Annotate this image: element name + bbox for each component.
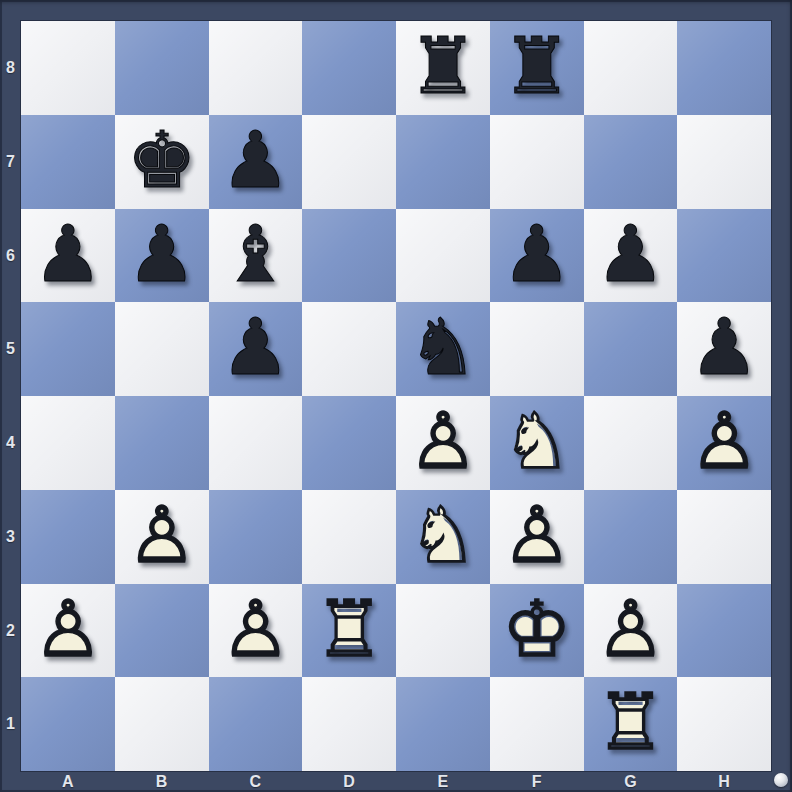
- square-g5[interactable]: [584, 302, 678, 396]
- piece-black-pawn[interactable]: ♟: [115, 209, 209, 303]
- piece-black-pawn[interactable]: ♟: [209, 302, 303, 396]
- piece-black-king[interactable]: ♚: [115, 115, 209, 209]
- square-b3[interactable]: ♟♙: [115, 490, 209, 584]
- piece-white-rook[interactable]: ♜♖: [584, 677, 678, 771]
- square-a5[interactable]: [21, 302, 115, 396]
- square-f5[interactable]: [490, 302, 584, 396]
- piece-black-rook[interactable]: ♜: [396, 21, 490, 115]
- piece-white-pawn[interactable]: ♟♙: [396, 396, 490, 490]
- piece-glyph-outline: ♙: [584, 584, 678, 678]
- rank-label-1: 1: [0, 677, 21, 771]
- piece-white-pawn[interactable]: ♟♙: [209, 584, 303, 678]
- piece-glyph-fill: ♜: [490, 21, 584, 115]
- square-a3[interactable]: [21, 490, 115, 584]
- square-e5[interactable]: ♞: [396, 302, 490, 396]
- piece-glyph-outline: ♙: [21, 584, 115, 678]
- piece-glyph-fill: ♟: [677, 302, 771, 396]
- file-label-e: E: [396, 771, 490, 792]
- square-d3[interactable]: [302, 490, 396, 584]
- square-c1[interactable]: [209, 677, 303, 771]
- square-f6[interactable]: ♟: [490, 209, 584, 303]
- piece-glyph-fill: ♟: [584, 209, 678, 303]
- square-a4[interactable]: [21, 396, 115, 490]
- square-a1[interactable]: [21, 677, 115, 771]
- square-e7[interactable]: [396, 115, 490, 209]
- rank-label-4: 4: [0, 396, 21, 490]
- file-label-h: H: [677, 771, 771, 792]
- chess-board-frame: 87654321 ♜♜♚♟♟♟♝♟♟♟♞♟♟♙♞♘♟♙♟♙♞♘♟♙♟♙♟♙♜♖♚…: [0, 0, 792, 792]
- piece-glyph-outline: ♘: [396, 490, 490, 584]
- piece-glyph-fill: ♝: [209, 209, 303, 303]
- rank-label-8: 8: [0, 21, 21, 115]
- square-c4[interactable]: [209, 396, 303, 490]
- square-d4[interactable]: [302, 396, 396, 490]
- piece-glyph-outline: ♘: [490, 396, 584, 490]
- square-b4[interactable]: [115, 396, 209, 490]
- file-label-b: B: [115, 771, 209, 792]
- square-h6[interactable]: [677, 209, 771, 303]
- square-d6[interactable]: [302, 209, 396, 303]
- square-h4[interactable]: ♟♙: [677, 396, 771, 490]
- square-b5[interactable]: [115, 302, 209, 396]
- square-g4[interactable]: [584, 396, 678, 490]
- piece-black-pawn[interactable]: ♟: [21, 209, 115, 303]
- square-c2[interactable]: ♟♙: [209, 584, 303, 678]
- square-g1[interactable]: ♜♖: [584, 677, 678, 771]
- rank-label-7: 7: [0, 115, 21, 209]
- square-f4[interactable]: ♞♘: [490, 396, 584, 490]
- square-a2[interactable]: ♟♙: [21, 584, 115, 678]
- piece-glyph-outline: ♖: [302, 584, 396, 678]
- file-label-c: C: [209, 771, 303, 792]
- square-b7[interactable]: ♚: [115, 115, 209, 209]
- square-f2[interactable]: ♚♔: [490, 584, 584, 678]
- square-e8[interactable]: ♜: [396, 21, 490, 115]
- piece-black-bishop[interactable]: ♝: [209, 209, 303, 303]
- piece-glyph-fill: ♟: [209, 302, 303, 396]
- piece-glyph-outline: ♖: [584, 677, 678, 771]
- square-e4[interactable]: ♟♙: [396, 396, 490, 490]
- square-f1[interactable]: [490, 677, 584, 771]
- rank-label-3: 3: [0, 490, 21, 584]
- piece-glyph-outline: ♙: [490, 490, 584, 584]
- file-label-f: F: [490, 771, 584, 792]
- rank-label-6: 6: [0, 209, 21, 303]
- square-h5[interactable]: ♟: [677, 302, 771, 396]
- piece-glyph-fill: ♟: [115, 209, 209, 303]
- piece-white-pawn[interactable]: ♟♙: [584, 584, 678, 678]
- square-e3[interactable]: ♞♘: [396, 490, 490, 584]
- square-e6[interactable]: [396, 209, 490, 303]
- piece-white-king[interactable]: ♚♔: [490, 584, 584, 678]
- piece-white-knight[interactable]: ♞♘: [396, 490, 490, 584]
- corner-dot-button[interactable]: [774, 773, 788, 787]
- chess-board[interactable]: ♜♜♚♟♟♟♝♟♟♟♞♟♟♙♞♘♟♙♟♙♞♘♟♙♟♙♟♙♜♖♚♔♟♙♜♖: [21, 21, 771, 771]
- piece-black-pawn[interactable]: ♟: [584, 209, 678, 303]
- piece-black-pawn[interactable]: ♟: [490, 209, 584, 303]
- piece-black-pawn[interactable]: ♟: [677, 302, 771, 396]
- square-h3[interactable]: [677, 490, 771, 584]
- square-h2[interactable]: [677, 584, 771, 678]
- square-f7[interactable]: [490, 115, 584, 209]
- square-h7[interactable]: [677, 115, 771, 209]
- square-c8[interactable]: [209, 21, 303, 115]
- square-c7[interactable]: ♟: [209, 115, 303, 209]
- square-c3[interactable]: [209, 490, 303, 584]
- square-h1[interactable]: [677, 677, 771, 771]
- square-g6[interactable]: ♟: [584, 209, 678, 303]
- piece-glyph-outline: ♙: [115, 490, 209, 584]
- file-label-d: D: [302, 771, 396, 792]
- piece-black-knight[interactable]: ♞: [396, 302, 490, 396]
- file-label-a: A: [21, 771, 115, 792]
- piece-glyph-fill: ♞: [396, 302, 490, 396]
- square-h8[interactable]: [677, 21, 771, 115]
- piece-black-rook[interactable]: ♜: [490, 21, 584, 115]
- file-label-g: G: [584, 771, 678, 792]
- square-b8[interactable]: [115, 21, 209, 115]
- square-d2[interactable]: ♜♖: [302, 584, 396, 678]
- piece-white-pawn[interactable]: ♟♙: [115, 490, 209, 584]
- piece-glyph-fill: ♟: [209, 115, 303, 209]
- piece-glyph-outline: ♔: [490, 584, 584, 678]
- square-d7[interactable]: [302, 115, 396, 209]
- square-d5[interactable]: [302, 302, 396, 396]
- piece-white-rook[interactable]: ♜♖: [302, 584, 396, 678]
- piece-glyph-outline: ♙: [209, 584, 303, 678]
- rank-label-5: 5: [0, 302, 21, 396]
- square-e1[interactable]: [396, 677, 490, 771]
- piece-white-pawn[interactable]: ♟♙: [490, 490, 584, 584]
- piece-glyph-outline: ♙: [677, 396, 771, 490]
- square-e2[interactable]: [396, 584, 490, 678]
- piece-glyph-fill: ♚: [115, 115, 209, 209]
- piece-glyph-fill: ♜: [396, 21, 490, 115]
- rank-label-2: 2: [0, 584, 21, 678]
- square-g2[interactable]: ♟♙: [584, 584, 678, 678]
- square-c6[interactable]: ♝: [209, 209, 303, 303]
- square-a8[interactable]: [21, 21, 115, 115]
- square-a7[interactable]: [21, 115, 115, 209]
- piece-white-knight[interactable]: ♞♘: [490, 396, 584, 490]
- piece-glyph-outline: ♙: [396, 396, 490, 490]
- square-g3[interactable]: [584, 490, 678, 584]
- piece-glyph-fill: ♟: [490, 209, 584, 303]
- square-b2[interactable]: [115, 584, 209, 678]
- square-c5[interactable]: ♟: [209, 302, 303, 396]
- piece-white-pawn[interactable]: ♟♙: [677, 396, 771, 490]
- square-a6[interactable]: ♟: [21, 209, 115, 303]
- piece-glyph-fill: ♟: [21, 209, 115, 303]
- square-g7[interactable]: [584, 115, 678, 209]
- piece-black-pawn[interactable]: ♟: [209, 115, 303, 209]
- square-b6[interactable]: ♟: [115, 209, 209, 303]
- square-d1[interactable]: [302, 677, 396, 771]
- square-g8[interactable]: [584, 21, 678, 115]
- square-b1[interactable]: [115, 677, 209, 771]
- square-f3[interactable]: ♟♙: [490, 490, 584, 584]
- square-f8[interactable]: ♜: [490, 21, 584, 115]
- piece-white-pawn[interactable]: ♟♙: [21, 584, 115, 678]
- square-d8[interactable]: [302, 21, 396, 115]
